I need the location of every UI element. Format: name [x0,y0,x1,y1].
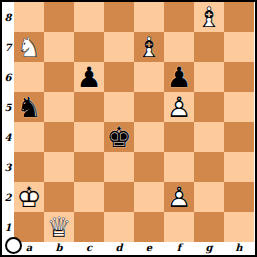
square-a5[interactable]: ♞ [14,92,44,122]
black-king[interactable]: ♚ [104,122,134,152]
square-a8[interactable] [14,2,44,32]
square-e8[interactable] [134,2,164,32]
piece-glyph-outline: ♗ [194,2,224,32]
square-c8[interactable] [74,2,104,32]
square-b6[interactable] [44,62,74,92]
square-g7[interactable] [194,32,224,62]
black-knight[interactable]: ♞ [14,92,44,122]
square-e2[interactable] [134,182,164,212]
square-d2[interactable] [104,182,134,212]
piece-glyph-outline: ♕ [44,212,74,242]
file-label-g: g [194,242,224,255]
square-a6[interactable] [14,62,44,92]
square-c7[interactable] [74,32,104,62]
piece-glyph-outline: ♔ [14,182,44,212]
rank-label-8: 8 [2,2,14,32]
file-labels: abcdefgh [14,242,254,255]
square-h3[interactable] [224,152,254,182]
square-d5[interactable] [104,92,134,122]
file-label-d: d [104,242,134,255]
square-b8[interactable] [44,2,74,32]
square-d4[interactable]: ♚ [104,122,134,152]
square-g4[interactable] [194,122,224,152]
square-c3[interactable] [74,152,104,182]
piece-glyph-outline: ♙ [164,92,194,122]
piece-glyph-outline [104,122,134,152]
square-e7[interactable]: ♝♗ [134,32,164,62]
rank-label-3: 3 [2,152,14,182]
rank-labels: 87654321 [2,2,14,242]
square-b5[interactable] [44,92,74,122]
square-b7[interactable] [44,32,74,62]
square-d1[interactable] [104,212,134,242]
square-e3[interactable] [134,152,164,182]
chess-board: ♝♗♞♘♝♗♟♟♞♟♙♚♚♔♟♙♛♕ [14,2,254,242]
square-b4[interactable] [44,122,74,152]
black-pawn[interactable]: ♟ [74,62,104,92]
square-e1[interactable] [134,212,164,242]
piece-glyph-outline [14,92,44,122]
square-f5[interactable]: ♟♙ [164,92,194,122]
square-b2[interactable] [44,182,74,212]
square-h5[interactable] [224,92,254,122]
rank-label-7: 7 [2,32,14,62]
square-g3[interactable] [194,152,224,182]
white-pawn[interactable]: ♟♙ [164,92,194,122]
white-queen[interactable]: ♛♕ [44,212,74,242]
square-g6[interactable] [194,62,224,92]
square-g8[interactable]: ♝♗ [194,2,224,32]
piece-glyph-outline: ♗ [134,32,164,62]
piece-glyph-outline: ♙ [164,182,194,212]
square-c5[interactable] [74,92,104,122]
black-pawn[interactable]: ♟ [164,62,194,92]
piece-glyph-outline: ♘ [14,32,44,62]
square-h6[interactable] [224,62,254,92]
file-label-f: f [164,242,194,255]
square-a4[interactable] [14,122,44,152]
white-to-move-indicator [5,237,22,254]
square-d3[interactable] [104,152,134,182]
rank-label-4: 4 [2,122,14,152]
square-c1[interactable] [74,212,104,242]
piece-glyph-outline [74,62,104,92]
square-g2[interactable] [194,182,224,212]
square-g5[interactable] [194,92,224,122]
square-d6[interactable] [104,62,134,92]
square-h4[interactable] [224,122,254,152]
white-knight[interactable]: ♞♘ [14,32,44,62]
square-a2[interactable]: ♚♔ [14,182,44,212]
square-d7[interactable] [104,32,134,62]
square-f3[interactable] [164,152,194,182]
square-f6[interactable]: ♟ [164,62,194,92]
square-h2[interactable] [224,182,254,212]
white-bishop[interactable]: ♝♗ [134,32,164,62]
square-a3[interactable] [14,152,44,182]
white-king[interactable]: ♚♔ [14,182,44,212]
square-a7[interactable]: ♞♘ [14,32,44,62]
file-label-c: c [74,242,104,255]
square-f7[interactable] [164,32,194,62]
square-e4[interactable] [134,122,164,152]
square-b1[interactable]: ♛♕ [44,212,74,242]
square-f8[interactable] [164,2,194,32]
file-label-b: b [44,242,74,255]
square-e6[interactable] [134,62,164,92]
square-b3[interactable] [44,152,74,182]
file-label-e: e [134,242,164,255]
square-f4[interactable] [164,122,194,152]
file-label-h: h [224,242,254,255]
chess-diagram: 87654321 ♝♗♞♘♝♗♟♟♞♟♙♚♚♔♟♙♛♕ abcdefgh [0,0,257,257]
rank-label-6: 6 [2,62,14,92]
white-bishop[interactable]: ♝♗ [194,2,224,32]
square-f2[interactable]: ♟♙ [164,182,194,212]
rank-label-5: 5 [2,92,14,122]
square-a1[interactable] [14,212,44,242]
square-h1[interactable] [224,212,254,242]
square-d8[interactable] [104,2,134,32]
square-f1[interactable] [164,212,194,242]
square-h7[interactable] [224,32,254,62]
rank-label-2: 2 [2,182,14,212]
square-g1[interactable] [194,212,224,242]
square-h8[interactable] [224,2,254,32]
square-c4[interactable] [74,122,104,152]
square-e5[interactable] [134,92,164,122]
square-c6[interactable]: ♟ [74,62,104,92]
square-c2[interactable] [74,182,104,212]
piece-glyph-outline [164,62,194,92]
white-pawn[interactable]: ♟♙ [164,182,194,212]
